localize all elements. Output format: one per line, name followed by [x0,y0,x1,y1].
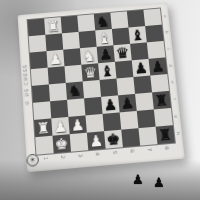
file-label: e [166,79,180,86]
chess-board: © US CHESS ✶ ♜♞♝♝♟♞♟♛♛♝♟♟♞♟♟♜♜♟♟♚♟♚♜ 123… [18,2,185,172]
square [127,10,145,28]
square [112,28,130,46]
square [97,45,115,63]
square [101,95,120,114]
table-shadow [0,160,200,200]
square [116,77,135,95]
square [68,115,87,134]
square [128,26,146,44]
file-label: f [167,96,181,103]
square [100,78,118,96]
square [79,30,97,48]
play-grid: ♜♞♝♝♟♞♟♛♛♝♟♟♞♟♟♜♜♟♟♚♟♚♜ [28,8,175,154]
square [95,29,113,47]
square [80,47,98,65]
captured-black-pawn: ♟ [132,172,144,187]
square [64,65,82,83]
square [51,117,69,136]
square [83,80,101,98]
square [28,19,46,37]
square [103,112,122,131]
square [46,50,64,68]
square [85,114,104,133]
square [30,51,48,69]
rank-label: 5 [111,145,118,160]
square [61,16,79,34]
square [84,97,103,116]
square [77,14,95,32]
file-label: h [171,130,185,137]
file-label: c [162,45,176,52]
square [67,98,85,117]
file-label: a [158,13,172,19]
square [115,60,133,78]
file-label: d [164,62,178,69]
square [63,48,81,66]
square [29,35,47,53]
square [118,94,137,113]
square [48,66,66,84]
square [66,81,84,99]
captured-black-pawn: ♟ [153,175,165,190]
square [135,92,154,111]
square [50,100,68,119]
rank-label: 6 [128,144,135,159]
square [120,111,139,130]
square [132,59,151,77]
tabletop-photo: © US CHESS ✶ ♜♞♝♝♟♞♟♛♛♝♟♟♞♟♟♜♜♟♟♚♟♚♜ 123… [0,0,200,200]
square [62,32,80,50]
square [94,13,112,31]
square [49,83,67,101]
square [34,118,52,137]
square [81,63,99,81]
square [137,109,156,128]
square [113,44,131,62]
square [31,68,49,86]
square [110,11,128,29]
square [98,62,116,80]
square [130,42,148,60]
square [45,33,63,51]
square [44,17,62,35]
square [33,101,51,120]
square [32,84,50,102]
square [133,76,152,94]
file-label: g [169,113,183,120]
file-label: b [160,29,174,36]
